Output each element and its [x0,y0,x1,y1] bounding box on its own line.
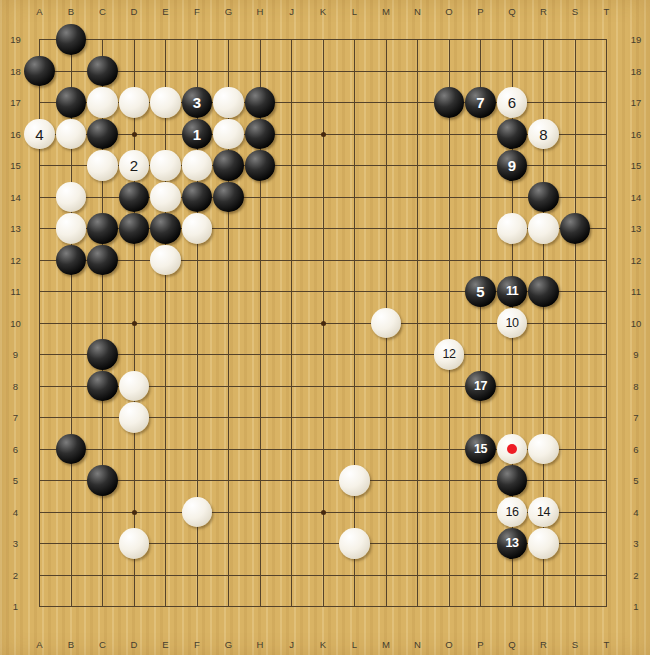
grid-line-vertical [197,55,198,87]
intersection-F6 [181,433,213,465]
grid-line-horizontal [591,386,607,387]
intersection-P2 [465,559,497,591]
intersection-H9 [244,339,276,371]
intersection-K11 [307,276,339,308]
white-stone-L5 [339,465,370,496]
black-stone-G14 [213,182,244,213]
intersection-O18 [433,55,465,87]
intersection-G14 [213,181,245,213]
grid-line-vertical [606,559,607,591]
intersection-T14 [591,181,623,213]
move-number-label: 9 [508,158,516,173]
grid-line-vertical [102,591,103,607]
grid-line-vertical [260,528,261,560]
grid-line-vertical [575,55,576,87]
intersection-R12 [528,244,560,276]
grid-line-vertical [323,402,324,434]
coord-top-N: N [402,1,434,21]
intersection-H12 [244,244,276,276]
intersection-G5 [213,465,245,497]
intersection-A3 [24,528,56,560]
grid-line-vertical [134,559,135,591]
grid-line-vertical [386,402,387,434]
white-stone-O9: 12 [434,339,465,370]
intersection-L16 [339,118,371,150]
coord-top-G: G [213,1,245,21]
intersection-F3 [181,528,213,560]
intersection-A11 [24,276,56,308]
grid-line-vertical [417,496,418,528]
intersection-N2 [402,559,434,591]
white-stone-D17 [119,87,150,118]
intersection-C11 [87,276,119,308]
grid-line-vertical [480,244,481,276]
black-stone-B12 [56,245,87,276]
intersection-N17 [402,87,434,119]
grid-line-vertical [480,465,481,497]
intersection-R13 [528,213,560,245]
column-labels-top: ABCDEFGHJKLMNOPQRST [24,1,623,21]
intersection-N1 [402,591,434,623]
intersection-K12 [307,244,339,276]
grid-line-vertical [354,370,355,402]
intersection-K16 [307,118,339,150]
grid-line-vertical [134,55,135,87]
intersection-K1 [307,591,339,623]
grid-line-vertical [102,528,103,560]
intersection-S1 [559,591,591,623]
grid-line-horizontal [39,197,55,198]
black-stone-Q5 [497,465,528,496]
grid-line-vertical [197,339,198,371]
intersection-K7 [307,402,339,434]
grid-line-vertical [71,55,72,87]
grid-line-vertical [165,402,166,434]
intersection-M18 [370,55,402,87]
intersection-R8 [528,370,560,402]
coord-right-19: 19 [622,24,650,56]
intersection-L7 [339,402,371,434]
grid-line-vertical [260,465,261,497]
grid-line-vertical [39,39,40,55]
intersection-B12 [55,244,87,276]
intersection-A18 [24,55,56,87]
grid-line-horizontal [39,512,55,513]
intersection-M19 [370,24,402,56]
grid-line-horizontal [39,165,55,166]
black-stone-C8 [87,371,118,402]
intersection-N15 [402,150,434,182]
intersection-T19 [591,24,623,56]
intersection-C12 [87,244,119,276]
move-number-label: 5 [476,284,484,299]
intersection-R7 [528,402,560,434]
grid-line-vertical [323,528,324,560]
grid-line-horizontal [591,323,607,324]
black-stone-S13 [560,213,591,244]
move-number-label: 8 [539,127,547,142]
grid-line-vertical [354,244,355,276]
intersection-J6 [276,433,308,465]
grid-line-vertical [543,591,544,607]
intersection-D10 [118,307,150,339]
intersection-S18 [559,55,591,87]
intersection-D17 [118,87,150,119]
grid-line-vertical [197,465,198,497]
grid-line-vertical [197,39,198,55]
white-stone-F4 [182,497,213,528]
intersection-C13 [87,213,119,245]
coord-right-13: 13 [622,213,650,245]
move-number-label: 7 [476,95,484,110]
intersection-B15 [55,150,87,182]
intersection-N18 [402,55,434,87]
white-stone-Q17: 6 [497,87,528,118]
grid-line-vertical [291,370,292,402]
grid-line-vertical [449,370,450,402]
intersection-F13 [181,213,213,245]
grid-line-horizontal [39,291,55,292]
grid-line-vertical [39,213,40,245]
coord-bottom-J: J [276,634,308,654]
intersection-J5 [276,465,308,497]
intersection-M2 [370,559,402,591]
grid-line-vertical [39,402,40,434]
grid-line-vertical [197,559,198,591]
grid-line-vertical [354,39,355,55]
intersection-A6 [24,433,56,465]
intersection-M14 [370,181,402,213]
white-stone-G17 [213,87,244,118]
grid-line-vertical [606,370,607,402]
intersection-N5 [402,465,434,497]
intersection-N9 [402,339,434,371]
grid-line-vertical [512,339,513,371]
grid-line-vertical [480,339,481,371]
grid-line-vertical [323,307,324,339]
intersection-M1 [370,591,402,623]
intersection-P12 [465,244,497,276]
intersection-N19 [402,24,434,56]
grid-line-horizontal [118,512,150,513]
grid-line-horizontal [591,39,607,40]
intersection-E17 [150,87,182,119]
intersection-R3 [528,528,560,560]
intersection-C15 [87,150,119,182]
grid-line-vertical [575,244,576,276]
intersection-D1 [118,591,150,623]
grid-line-vertical [71,307,72,339]
intersection-L9 [339,339,371,371]
intersection-F15 [181,150,213,182]
white-stone-E12 [150,245,181,276]
black-stone-A18 [24,56,55,87]
coord-bottom-F: F [181,634,213,654]
grid-line-vertical [449,181,450,213]
intersection-L5 [339,465,371,497]
intersection-H3 [244,528,276,560]
intersection-D5 [118,465,150,497]
grid-line-vertical [323,370,324,402]
intersection-P16 [465,118,497,150]
grid-line-vertical [197,591,198,607]
grid-line-vertical [575,591,576,607]
last-move-red-dot-icon [507,444,517,454]
intersection-H19 [244,24,276,56]
coord-bottom-H: H [244,634,276,654]
intersection-K10 [307,307,339,339]
grid-line-vertical [71,496,72,528]
black-stone-D14 [119,182,150,213]
coord-right-3: 3 [622,528,650,560]
intersection-B17 [55,87,87,119]
intersection-R10 [528,307,560,339]
intersection-G3 [213,528,245,560]
grid-line-vertical [386,559,387,591]
intersection-N16 [402,118,434,150]
intersection-L12 [339,244,371,276]
intersection-O19 [433,24,465,56]
grid-line-vertical [323,213,324,245]
intersection-F1 [181,591,213,623]
grid-line-vertical [228,528,229,560]
intersection-A1 [24,591,56,623]
intersection-B4 [55,496,87,528]
coord-top-A: A [24,1,56,21]
grid-line-vertical [512,591,513,607]
intersection-P10 [465,307,497,339]
intersection-P19 [465,24,497,56]
grid-line-vertical [512,559,513,591]
intersection-R18 [528,55,560,87]
intersection-G16 [213,118,245,150]
grid-line-vertical [323,150,324,182]
grid-line-vertical [606,496,607,528]
grid-line-horizontal [118,323,150,324]
grid-line-vertical [386,339,387,371]
grid-line-vertical [102,276,103,308]
grid-line-vertical [291,559,292,591]
grid-line-vertical [386,465,387,497]
grid-line-horizontal [307,134,339,135]
coord-bottom-Q: Q [496,634,528,654]
grid-line-vertical [449,433,450,465]
intersection-M5 [370,465,402,497]
grid-line-vertical [291,433,292,465]
intersection-A10 [24,307,56,339]
grid-line-vertical [606,55,607,87]
grid-line-vertical [606,181,607,213]
intersection-M11 [370,276,402,308]
grid-line-vertical [134,591,135,607]
grid-line-vertical [71,370,72,402]
intersection-N12 [402,244,434,276]
grid-line-vertical [260,402,261,434]
grid-line-vertical [260,39,261,55]
intersection-E3 [150,528,182,560]
intersection-H7 [244,402,276,434]
intersection-H18 [244,55,276,87]
grid-line-vertical [354,213,355,245]
coord-right-16: 16 [622,118,650,150]
intersection-Q15: 9 [496,150,528,182]
black-stone-Q11: 11 [497,276,528,307]
intersection-H15 [244,150,276,182]
intersection-R14 [528,181,560,213]
intersection-A4 [24,496,56,528]
grid-line-vertical [323,87,324,119]
intersection-K8 [307,370,339,402]
move-number-label: 2 [130,158,138,173]
grid-line-vertical [386,39,387,55]
intersection-G13 [213,213,245,245]
coord-bottom-E: E [150,634,182,654]
intersection-K6 [307,433,339,465]
intersection-Q11: 11 [496,276,528,308]
grid-line-vertical [417,402,418,434]
intersection-S4 [559,496,591,528]
grid-line-vertical [228,276,229,308]
intersection-O11 [433,276,465,308]
intersection-T7 [591,402,623,434]
white-stone-Q4: 16 [497,497,528,528]
coord-top-M: M [370,1,402,21]
intersection-M17 [370,87,402,119]
intersection-P18 [465,55,497,87]
grid-line-horizontal [591,228,607,229]
grid-line-vertical [480,496,481,528]
black-stone-P6: 15 [465,434,496,465]
grid-line-horizontal [591,606,607,607]
intersection-P17: 7 [465,87,497,119]
intersection-T16 [591,118,623,150]
intersection-J17 [276,87,308,119]
coord-top-B: B [55,1,87,21]
grid-line-horizontal [39,543,55,544]
intersection-O10 [433,307,465,339]
move-number-label: 6 [508,95,516,110]
intersection-S6 [559,433,591,465]
grid-line-vertical [480,528,481,560]
grid-line-vertical [260,591,261,607]
intersection-E1 [150,591,182,623]
grid-line-vertical [102,559,103,591]
grid-line-vertical [71,276,72,308]
intersection-H6 [244,433,276,465]
intersection-L6 [339,433,371,465]
intersection-E18 [150,55,182,87]
grid-line-vertical [606,465,607,497]
grid-line-vertical [228,559,229,591]
grid-line-vertical [606,528,607,560]
intersection-A5 [24,465,56,497]
intersection-A9 [24,339,56,371]
intersection-S5 [559,465,591,497]
intersection-F10 [181,307,213,339]
grid-line-vertical [39,150,40,182]
grid-line-vertical [354,276,355,308]
white-stone-C17 [87,87,118,118]
black-stone-B6 [56,434,87,465]
coord-top-T: T [591,1,623,21]
intersection-J16 [276,118,308,150]
intersection-K3 [307,528,339,560]
move-number-label: 4 [35,127,43,142]
grid-line-vertical [102,307,103,339]
intersection-R6 [528,433,560,465]
intersection-Q5 [496,465,528,497]
intersection-S16 [559,118,591,150]
grid-line-vertical [354,559,355,591]
intersection-G1 [213,591,245,623]
intersection-R11 [528,276,560,308]
grid-line-vertical [323,181,324,213]
intersection-G12 [213,244,245,276]
grid-line-vertical [354,496,355,528]
intersection-Q16 [496,118,528,150]
intersection-D6 [118,433,150,465]
grid-line-vertical [134,496,135,528]
grid-line-vertical [260,276,261,308]
coord-bottom-N: N [402,634,434,654]
intersection-L15 [339,150,371,182]
grid-line-vertical [386,213,387,245]
grid-line-vertical [417,370,418,402]
grid-line-vertical [543,39,544,55]
intersection-J19 [276,24,308,56]
intersection-C17 [87,87,119,119]
intersection-F2 [181,559,213,591]
intersection-H2 [244,559,276,591]
intersection-J18 [276,55,308,87]
intersection-K18 [307,55,339,87]
grid-line-vertical [291,528,292,560]
grid-line-horizontal [591,291,607,292]
intersection-B5 [55,465,87,497]
intersection-F7 [181,402,213,434]
grid-line-vertical [323,244,324,276]
intersection-A2 [24,559,56,591]
grid-line-horizontal [591,354,607,355]
intersection-B18 [55,55,87,87]
grid-line-vertical [228,591,229,607]
grid-line-vertical [39,465,40,497]
move-number-label: 11 [506,285,518,298]
intersection-F19 [181,24,213,56]
grid-line-horizontal [39,102,55,103]
grid-line-vertical [417,465,418,497]
grid-line-horizontal [591,417,607,418]
intersection-M13 [370,213,402,245]
grid-line-vertical [449,244,450,276]
coord-top-P: P [465,1,497,21]
intersection-E16 [150,118,182,150]
move-number-label: 14 [537,506,550,519]
intersection-Q9 [496,339,528,371]
white-stone-Q6 [497,434,528,465]
intersection-D4 [118,496,150,528]
intersection-P4 [465,496,497,528]
intersection-S7 [559,402,591,434]
white-stone-E15 [150,150,181,181]
grid-line-vertical [228,433,229,465]
intersection-O2 [433,559,465,591]
grid-line-vertical [512,370,513,402]
grid-line-vertical [165,118,166,150]
grid-line-vertical [228,39,229,55]
coord-right-9: 9 [622,339,650,371]
intersection-K13 [307,213,339,245]
